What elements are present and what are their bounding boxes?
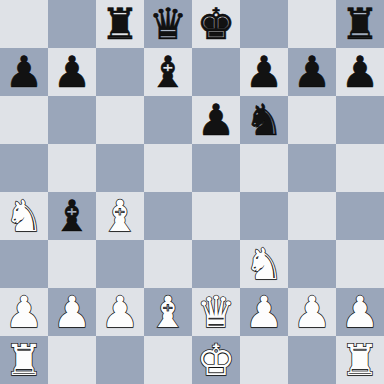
square-a6[interactable]: [0, 96, 48, 144]
square-f4[interactable]: [240, 192, 288, 240]
piece-black-rook: ♜: [101, 0, 140, 48]
square-a5[interactable]: [0, 144, 48, 192]
square-b2[interactable]: ♟: [48, 288, 96, 336]
piece-white-rook: ♜: [5, 336, 44, 384]
square-b7[interactable]: ♟: [48, 48, 96, 96]
square-b8[interactable]: [48, 0, 96, 48]
square-f6[interactable]: ♞: [240, 96, 288, 144]
piece-white-rook: ♜: [341, 336, 380, 384]
square-g3[interactable]: [288, 240, 336, 288]
piece-white-bishop: ♝: [101, 192, 140, 240]
square-e3[interactable]: [192, 240, 240, 288]
square-c6[interactable]: [96, 96, 144, 144]
piece-white-queen: ♛: [197, 288, 236, 336]
piece-black-bishop: ♝: [149, 48, 188, 96]
square-h3[interactable]: [336, 240, 384, 288]
square-d4[interactable]: [144, 192, 192, 240]
square-b3[interactable]: [48, 240, 96, 288]
square-e8[interactable]: ♚: [192, 0, 240, 48]
piece-white-knight: ♞: [5, 192, 44, 240]
piece-black-king: ♚: [197, 0, 236, 48]
square-e5[interactable]: [192, 144, 240, 192]
square-c1[interactable]: [96, 336, 144, 384]
square-c3[interactable]: [96, 240, 144, 288]
piece-black-rook: ♜: [341, 0, 380, 48]
square-g7[interactable]: ♟: [288, 48, 336, 96]
square-b1[interactable]: [48, 336, 96, 384]
square-b4[interactable]: ♝: [48, 192, 96, 240]
piece-white-pawn: ♟: [101, 288, 140, 336]
square-h1[interactable]: ♜: [336, 336, 384, 384]
piece-white-pawn: ♟: [53, 288, 92, 336]
square-g6[interactable]: [288, 96, 336, 144]
square-g8[interactable]: [288, 0, 336, 48]
square-a8[interactable]: [0, 0, 48, 48]
chess-board: ♜♛♚♜♟♟♝♟♟♟♟♞♞♝♝♞♟♟♟♝♛♟♟♟♜♚♜: [0, 0, 384, 384]
square-d6[interactable]: [144, 96, 192, 144]
square-f7[interactable]: ♟: [240, 48, 288, 96]
square-g4[interactable]: [288, 192, 336, 240]
piece-white-pawn: ♟: [245, 288, 284, 336]
piece-black-knight: ♞: [245, 96, 284, 144]
piece-white-king: ♚: [197, 336, 236, 384]
square-c8[interactable]: ♜: [96, 0, 144, 48]
square-a2[interactable]: ♟: [0, 288, 48, 336]
piece-white-pawn: ♟: [341, 288, 380, 336]
square-d2[interactable]: ♝: [144, 288, 192, 336]
square-h8[interactable]: ♜: [336, 0, 384, 48]
piece-white-knight: ♞: [245, 240, 284, 288]
square-e4[interactable]: [192, 192, 240, 240]
piece-black-pawn: ♟: [197, 96, 236, 144]
piece-black-pawn: ♟: [53, 48, 92, 96]
square-g2[interactable]: ♟: [288, 288, 336, 336]
square-e7[interactable]: [192, 48, 240, 96]
square-g1[interactable]: [288, 336, 336, 384]
square-f3[interactable]: ♞: [240, 240, 288, 288]
piece-black-pawn: ♟: [341, 48, 380, 96]
square-d1[interactable]: [144, 336, 192, 384]
piece-white-pawn: ♟: [293, 288, 332, 336]
square-b5[interactable]: [48, 144, 96, 192]
square-f8[interactable]: [240, 0, 288, 48]
square-d5[interactable]: [144, 144, 192, 192]
piece-white-bishop: ♝: [149, 288, 188, 336]
square-g5[interactable]: [288, 144, 336, 192]
square-e6[interactable]: ♟: [192, 96, 240, 144]
square-b6[interactable]: [48, 96, 96, 144]
square-f2[interactable]: ♟: [240, 288, 288, 336]
piece-white-pawn: ♟: [5, 288, 44, 336]
piece-black-pawn: ♟: [293, 48, 332, 96]
square-a3[interactable]: [0, 240, 48, 288]
square-e2[interactable]: ♛: [192, 288, 240, 336]
piece-black-pawn: ♟: [245, 48, 284, 96]
square-h4[interactable]: [336, 192, 384, 240]
square-c2[interactable]: ♟: [96, 288, 144, 336]
square-d7[interactable]: ♝: [144, 48, 192, 96]
square-d8[interactable]: ♛: [144, 0, 192, 48]
square-h2[interactable]: ♟: [336, 288, 384, 336]
square-a7[interactable]: ♟: [0, 48, 48, 96]
square-h7[interactable]: ♟: [336, 48, 384, 96]
square-d3[interactable]: [144, 240, 192, 288]
square-c4[interactable]: ♝: [96, 192, 144, 240]
piece-black-bishop: ♝: [53, 192, 92, 240]
square-a4[interactable]: ♞: [0, 192, 48, 240]
square-e1[interactable]: ♚: [192, 336, 240, 384]
square-c7[interactable]: [96, 48, 144, 96]
square-c5[interactable]: [96, 144, 144, 192]
square-a1[interactable]: ♜: [0, 336, 48, 384]
square-h6[interactable]: [336, 96, 384, 144]
piece-black-queen: ♛: [149, 0, 188, 48]
square-f1[interactable]: [240, 336, 288, 384]
piece-black-pawn: ♟: [5, 48, 44, 96]
square-f5[interactable]: [240, 144, 288, 192]
square-h5[interactable]: [336, 144, 384, 192]
